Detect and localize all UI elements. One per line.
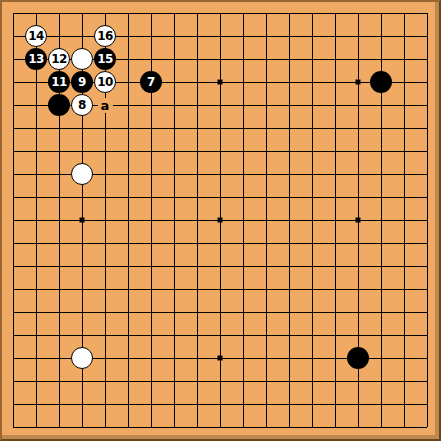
black-stone-disc: 13: [25, 48, 47, 70]
move-number: 9: [78, 76, 86, 88]
stone-black-7: 7: [140, 71, 163, 94]
board-intersections: 14161312151191078a: [2, 2, 439, 439]
move-number: 16: [97, 30, 113, 42]
move-number: 7: [147, 76, 155, 88]
white-stone-disc: 16: [94, 25, 116, 47]
stone-black-15: 15: [94, 48, 117, 71]
black-stone-disc: 11: [48, 71, 70, 93]
move-number: 10: [97, 76, 113, 88]
stone-white-8: 8: [71, 94, 94, 117]
move-number: 14: [28, 30, 44, 42]
stone-white: [71, 163, 94, 186]
stone-white-10: 10: [94, 71, 117, 94]
black-stone-disc: 9: [71, 71, 93, 93]
stone-black-11: 11: [48, 71, 71, 94]
move-number: 13: [28, 53, 44, 65]
black-stone-disc: 7: [140, 71, 162, 93]
stone-white: [71, 347, 94, 370]
white-stone-disc: [71, 48, 93, 70]
stone-black-9: 9: [71, 71, 94, 94]
stone-white-12: 12: [48, 48, 71, 71]
stone-black: [48, 94, 71, 117]
stone-white-16: 16: [94, 25, 117, 48]
move-number: 11: [51, 76, 67, 88]
white-stone-disc: 12: [48, 48, 70, 70]
stone-black: [347, 347, 370, 370]
black-stone-disc: [370, 71, 392, 93]
black-stone-disc: [347, 347, 369, 369]
move-number: 15: [97, 53, 113, 65]
black-stone-disc: 15: [94, 48, 116, 70]
white-stone-disc: [71, 347, 93, 369]
move-number: 12: [51, 53, 67, 65]
white-stone-disc: 14: [25, 25, 47, 47]
stone-white-14: 14: [25, 25, 48, 48]
stone-black: [370, 71, 393, 94]
point-label-a: a: [94, 94, 117, 117]
move-number: 8: [78, 99, 86, 111]
white-stone-disc: 10: [94, 71, 116, 93]
white-stone-disc: 8: [71, 94, 93, 116]
white-stone-disc: [71, 163, 93, 185]
stone-black-13: 13: [25, 48, 48, 71]
black-stone-disc: [48, 94, 70, 116]
go-board: 14161312151191078a: [0, 0, 441, 441]
stone-white: [71, 48, 94, 71]
point-label-text: a: [98, 98, 113, 113]
